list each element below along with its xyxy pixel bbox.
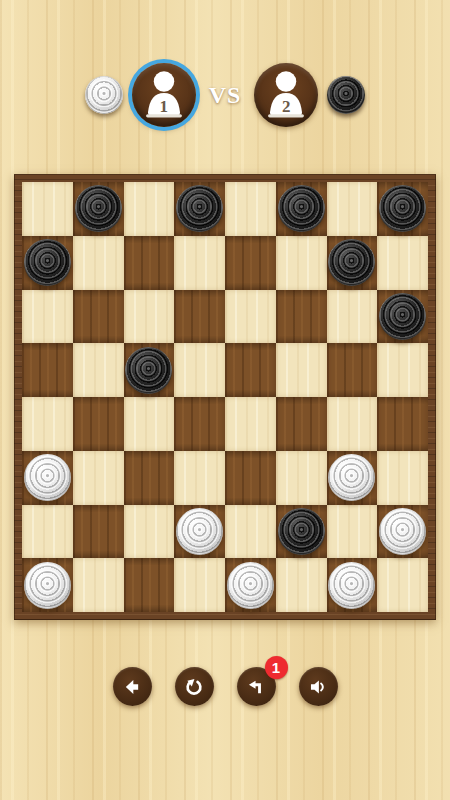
square-g6 (327, 290, 378, 344)
square-g1[interactable] (327, 558, 378, 612)
square-h1 (377, 558, 428, 612)
square-c8 (124, 182, 175, 236)
square-d5 (174, 343, 225, 397)
square-f4[interactable] (276, 397, 327, 451)
player-bar: 1 VS 2 (0, 60, 450, 130)
black-checker-indicator (327, 76, 365, 114)
square-b7 (73, 236, 124, 290)
restart-icon (183, 676, 205, 698)
white-piece[interactable] (24, 562, 71, 609)
square-h7 (377, 236, 428, 290)
square-c1[interactable] (124, 558, 175, 612)
square-c2 (124, 505, 175, 559)
white-piece[interactable] (227, 562, 274, 609)
square-b2[interactable] (73, 505, 124, 559)
square-e7[interactable] (225, 236, 276, 290)
square-c4 (124, 397, 175, 451)
player1-number: 1 (132, 98, 196, 115)
square-b4[interactable] (73, 397, 124, 451)
black-piece[interactable] (125, 347, 172, 394)
white-piece[interactable] (176, 508, 223, 555)
square-e6 (225, 290, 276, 344)
board-frame (14, 174, 436, 620)
square-f5 (276, 343, 327, 397)
square-a2 (22, 505, 73, 559)
white-piece[interactable] (328, 562, 375, 609)
square-d1 (174, 558, 225, 612)
white-piece[interactable] (328, 454, 375, 501)
restart-button[interactable] (175, 667, 214, 706)
square-b1 (73, 558, 124, 612)
square-d7 (174, 236, 225, 290)
square-g2 (327, 505, 378, 559)
square-f1 (276, 558, 327, 612)
player2-avatar: 2 (254, 63, 318, 127)
square-b5 (73, 343, 124, 397)
square-b8[interactable] (73, 182, 124, 236)
square-h6[interactable] (377, 290, 428, 344)
square-d8[interactable] (174, 182, 225, 236)
square-h8[interactable] (377, 182, 428, 236)
square-e8 (225, 182, 276, 236)
back-button[interactable] (113, 667, 152, 706)
square-g5[interactable] (327, 343, 378, 397)
square-a5[interactable] (22, 343, 73, 397)
square-d4[interactable] (174, 397, 225, 451)
square-e2 (225, 505, 276, 559)
game-screen: { "game": "checkers (draughts), 8x8 boar… (0, 0, 450, 800)
square-a4 (22, 397, 73, 451)
square-f6[interactable] (276, 290, 327, 344)
square-g7[interactable] (327, 236, 378, 290)
square-a8 (22, 182, 73, 236)
square-d3 (174, 451, 225, 505)
black-piece[interactable] (278, 185, 325, 232)
square-a6 (22, 290, 73, 344)
square-e3[interactable] (225, 451, 276, 505)
undo-button[interactable]: 1 (237, 667, 276, 706)
white-piece[interactable] (379, 508, 426, 555)
square-c3[interactable] (124, 451, 175, 505)
toolbar: 1 (0, 667, 450, 706)
back-arrow-icon (121, 676, 143, 698)
sound-button[interactable] (299, 667, 338, 706)
white-piece[interactable] (24, 454, 71, 501)
square-e1[interactable] (225, 558, 276, 612)
square-b6[interactable] (73, 290, 124, 344)
undo-badge: 1 (265, 656, 288, 679)
square-a7[interactable] (22, 236, 73, 290)
square-g4 (327, 397, 378, 451)
square-c7[interactable] (124, 236, 175, 290)
square-h5 (377, 343, 428, 397)
black-piece[interactable] (24, 239, 71, 286)
square-a3[interactable] (22, 451, 73, 505)
vs-label: VS (209, 82, 242, 109)
square-f3 (276, 451, 327, 505)
square-f2[interactable] (276, 505, 327, 559)
square-c6 (124, 290, 175, 344)
square-d2[interactable] (174, 505, 225, 559)
square-d6[interactable] (174, 290, 225, 344)
person-icon (254, 63, 318, 127)
player2-number: 2 (254, 98, 318, 115)
square-h3 (377, 451, 428, 505)
square-f7 (276, 236, 327, 290)
square-f8[interactable] (276, 182, 327, 236)
square-e4 (225, 397, 276, 451)
speaker-icon (307, 676, 329, 698)
square-a1[interactable] (22, 558, 73, 612)
square-h4[interactable] (377, 397, 428, 451)
square-b3 (73, 451, 124, 505)
square-c5[interactable] (124, 343, 175, 397)
board-grid (22, 182, 428, 612)
return-arrow-icon (245, 676, 267, 698)
square-g3[interactable] (327, 451, 378, 505)
black-piece[interactable] (176, 185, 223, 232)
black-piece[interactable] (379, 293, 426, 340)
square-e5[interactable] (225, 343, 276, 397)
person-icon (132, 63, 196, 127)
white-checker-indicator (85, 76, 123, 114)
square-h2[interactable] (377, 505, 428, 559)
black-piece[interactable] (278, 508, 325, 555)
black-piece[interactable] (379, 185, 426, 232)
black-piece[interactable] (328, 239, 375, 286)
black-piece[interactable] (75, 185, 122, 232)
player1-avatar: 1 (132, 63, 196, 127)
square-g8 (327, 182, 378, 236)
